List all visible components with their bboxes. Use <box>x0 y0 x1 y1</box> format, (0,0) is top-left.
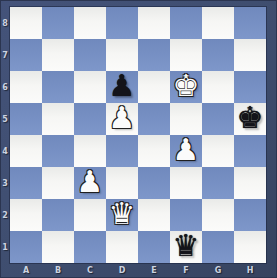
square-c3[interactable]: ♟ <box>74 167 106 199</box>
square-f3[interactable] <box>170 167 202 199</box>
square-e2[interactable] <box>138 199 170 231</box>
black-king[interactable]: ♚ <box>234 102 266 134</box>
square-g6[interactable] <box>202 71 234 103</box>
square-e8[interactable] <box>138 7 170 39</box>
square-d1[interactable] <box>106 231 138 263</box>
chessboard: ♟♚♟♚♟♟♛♛ <box>10 7 266 263</box>
square-c4[interactable] <box>74 135 106 167</box>
square-d6[interactable]: ♟ <box>106 71 138 103</box>
square-h3[interactable] <box>234 167 266 199</box>
rank-labels: 87654321 <box>0 7 10 263</box>
file-label-e: E <box>138 263 170 278</box>
file-label-h: H <box>234 263 266 278</box>
square-a1[interactable] <box>10 231 42 263</box>
rank-label-7: 7 <box>0 39 10 71</box>
chessboard-frame: ♟♚♟♚♟♟♛♛ 87654321 ABCDEFGH <box>0 0 277 278</box>
square-h5[interactable]: ♚ <box>234 103 266 135</box>
square-b6[interactable] <box>42 71 74 103</box>
black-pawn[interactable]: ♟ <box>106 70 138 102</box>
square-a4[interactable] <box>10 135 42 167</box>
square-g8[interactable] <box>202 7 234 39</box>
white-pawn[interactable]: ♟ <box>170 134 202 166</box>
file-label-d: D <box>106 263 138 278</box>
file-label-f: F <box>170 263 202 278</box>
file-labels: ABCDEFGH <box>10 263 266 278</box>
square-e1[interactable] <box>138 231 170 263</box>
square-b7[interactable] <box>42 39 74 71</box>
rank-label-3: 3 <box>0 167 10 199</box>
square-b4[interactable] <box>42 135 74 167</box>
square-d3[interactable] <box>106 167 138 199</box>
square-g1[interactable] <box>202 231 234 263</box>
square-f7[interactable] <box>170 39 202 71</box>
square-b8[interactable] <box>42 7 74 39</box>
square-a6[interactable] <box>10 71 42 103</box>
square-g5[interactable] <box>202 103 234 135</box>
square-f1[interactable]: ♛ <box>170 231 202 263</box>
white-pawn[interactable]: ♟ <box>106 102 138 134</box>
square-h2[interactable] <box>234 199 266 231</box>
square-b5[interactable] <box>42 103 74 135</box>
square-a8[interactable] <box>10 7 42 39</box>
rank-label-5: 5 <box>0 103 10 135</box>
square-a3[interactable] <box>10 167 42 199</box>
square-c8[interactable] <box>74 7 106 39</box>
square-e5[interactable] <box>138 103 170 135</box>
square-a5[interactable] <box>10 103 42 135</box>
square-c5[interactable] <box>74 103 106 135</box>
square-a2[interactable] <box>10 199 42 231</box>
square-f4[interactable]: ♟ <box>170 135 202 167</box>
rank-label-6: 6 <box>0 71 10 103</box>
square-d4[interactable] <box>106 135 138 167</box>
square-f8[interactable] <box>170 7 202 39</box>
square-c2[interactable] <box>74 199 106 231</box>
square-b1[interactable] <box>42 231 74 263</box>
file-label-a: A <box>10 263 42 278</box>
square-c6[interactable] <box>74 71 106 103</box>
square-h4[interactable] <box>234 135 266 167</box>
square-f2[interactable] <box>170 199 202 231</box>
black-queen[interactable]: ♛ <box>170 230 202 262</box>
square-b3[interactable] <box>42 167 74 199</box>
file-label-b: B <box>42 263 74 278</box>
square-h6[interactable] <box>234 71 266 103</box>
rank-label-1: 1 <box>0 231 10 263</box>
square-f5[interactable] <box>170 103 202 135</box>
square-e3[interactable] <box>138 167 170 199</box>
square-c1[interactable] <box>74 231 106 263</box>
square-e6[interactable] <box>138 71 170 103</box>
square-f6[interactable]: ♚ <box>170 71 202 103</box>
white-king[interactable]: ♚ <box>170 70 202 102</box>
white-pawn[interactable]: ♟ <box>74 166 106 198</box>
square-g3[interactable] <box>202 167 234 199</box>
square-g4[interactable] <box>202 135 234 167</box>
square-c7[interactable] <box>74 39 106 71</box>
square-d5[interactable]: ♟ <box>106 103 138 135</box>
square-d8[interactable] <box>106 7 138 39</box>
square-h8[interactable] <box>234 7 266 39</box>
rank-label-4: 4 <box>0 135 10 167</box>
square-d7[interactable] <box>106 39 138 71</box>
square-h1[interactable] <box>234 231 266 263</box>
file-label-c: C <box>74 263 106 278</box>
square-g7[interactable] <box>202 39 234 71</box>
square-a7[interactable] <box>10 39 42 71</box>
square-e4[interactable] <box>138 135 170 167</box>
square-d2[interactable]: ♛ <box>106 199 138 231</box>
rank-label-8: 8 <box>0 7 10 39</box>
file-label-g: G <box>202 263 234 278</box>
rank-label-2: 2 <box>0 199 10 231</box>
white-queen[interactable]: ♛ <box>106 198 138 230</box>
square-g2[interactable] <box>202 199 234 231</box>
square-e7[interactable] <box>138 39 170 71</box>
square-h7[interactable] <box>234 39 266 71</box>
square-b2[interactable] <box>42 199 74 231</box>
